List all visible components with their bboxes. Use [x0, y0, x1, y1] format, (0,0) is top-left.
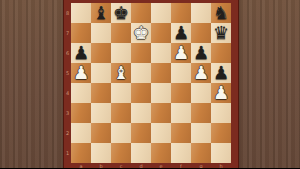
- piece-white-bishop: ♝: [113, 63, 129, 83]
- square-b5[interactable]: [91, 63, 111, 83]
- square-b4[interactable]: [91, 83, 111, 103]
- rank-label: 6: [64, 43, 71, 63]
- square-h1[interactable]: [211, 143, 231, 163]
- rank-label: 2: [64, 123, 71, 143]
- square-h3[interactable]: [211, 103, 231, 123]
- square-b3[interactable]: [91, 103, 111, 123]
- piece-white-king: ♚: [133, 23, 149, 43]
- square-g1[interactable]: [191, 143, 211, 163]
- square-a2[interactable]: [71, 123, 91, 143]
- rank-label: 4: [64, 83, 71, 103]
- piece-white-pawn: ♟: [213, 83, 229, 103]
- square-a4[interactable]: [71, 83, 91, 103]
- piece-black-bishop: ♝: [93, 3, 109, 23]
- rank-label: 7: [64, 23, 71, 43]
- square-d7[interactable]: ♚: [131, 23, 151, 43]
- square-h8[interactable]: ♞: [211, 3, 231, 23]
- square-f5[interactable]: [171, 63, 191, 83]
- square-c8[interactable]: ♚: [111, 3, 131, 23]
- square-h7[interactable]: ♛: [211, 23, 231, 43]
- piece-black-pawn: ♟: [213, 63, 229, 83]
- square-c2[interactable]: [111, 123, 131, 143]
- file-label: g: [191, 163, 211, 169]
- square-f1[interactable]: [171, 143, 191, 163]
- piece-black-king: ♚: [113, 3, 129, 23]
- square-e3[interactable]: [151, 103, 171, 123]
- square-g2[interactable]: [191, 123, 211, 143]
- square-c5[interactable]: ♝: [111, 63, 131, 83]
- square-b7[interactable]: [91, 23, 111, 43]
- piece-white-pawn: ♟: [73, 63, 89, 83]
- square-h2[interactable]: [211, 123, 231, 143]
- square-f6[interactable]: ♟: [171, 43, 191, 63]
- square-a8[interactable]: [71, 3, 91, 23]
- square-c7[interactable]: [111, 23, 131, 43]
- board-frame: ♝♚♞♚♟♛♟♟♟♟♝♟♟♟: [64, 0, 238, 168]
- file-label: a: [71, 163, 91, 169]
- file-label: h: [211, 163, 231, 169]
- piece-black-pawn: ♟: [193, 43, 209, 63]
- square-c4[interactable]: [111, 83, 131, 103]
- rank-labels: 87654321: [64, 3, 71, 163]
- rank-label: 1: [64, 143, 71, 163]
- square-g5[interactable]: ♟: [191, 63, 211, 83]
- piece-black-knight: ♞: [213, 3, 229, 23]
- square-d2[interactable]: [131, 123, 151, 143]
- square-e8[interactable]: [151, 3, 171, 23]
- square-c6[interactable]: [111, 43, 131, 63]
- square-a6[interactable]: ♟: [71, 43, 91, 63]
- square-f8[interactable]: [171, 3, 191, 23]
- piece-black-pawn: ♟: [173, 23, 189, 43]
- square-c3[interactable]: [111, 103, 131, 123]
- square-d6[interactable]: [131, 43, 151, 63]
- square-b2[interactable]: [91, 123, 111, 143]
- square-g7[interactable]: [191, 23, 211, 43]
- square-e2[interactable]: [151, 123, 171, 143]
- square-a1[interactable]: [71, 143, 91, 163]
- square-d5[interactable]: [131, 63, 151, 83]
- square-g8[interactable]: [191, 3, 211, 23]
- square-g3[interactable]: [191, 103, 211, 123]
- square-d8[interactable]: [131, 3, 151, 23]
- square-f2[interactable]: [171, 123, 191, 143]
- square-e1[interactable]: [151, 143, 171, 163]
- square-d1[interactable]: [131, 143, 151, 163]
- chess-scene: ♝♚♞♚♟♛♟♟♟♟♝♟♟♟ 87654321 abcdefgh: [0, 0, 300, 168]
- square-h6[interactable]: [211, 43, 231, 63]
- file-label: e: [151, 163, 171, 169]
- square-g4[interactable]: [191, 83, 211, 103]
- square-f7[interactable]: ♟: [171, 23, 191, 43]
- square-f3[interactable]: [171, 103, 191, 123]
- square-a5[interactable]: ♟: [71, 63, 91, 83]
- file-label: d: [131, 163, 151, 169]
- square-f4[interactable]: [171, 83, 191, 103]
- piece-black-queen: ♛: [213, 23, 229, 43]
- square-e5[interactable]: [151, 63, 171, 83]
- piece-white-pawn: ♟: [193, 63, 209, 83]
- file-label: f: [171, 163, 191, 169]
- board: ♝♚♞♚♟♛♟♟♟♟♝♟♟♟: [71, 3, 231, 163]
- square-g6[interactable]: ♟: [191, 43, 211, 63]
- square-a7[interactable]: [71, 23, 91, 43]
- square-b6[interactable]: [91, 43, 111, 63]
- square-c1[interactable]: [111, 143, 131, 163]
- rank-label: 8: [64, 3, 71, 23]
- square-e7[interactable]: [151, 23, 171, 43]
- rank-label: 3: [64, 103, 71, 123]
- file-label: b: [91, 163, 111, 169]
- rank-label: 5: [64, 63, 71, 83]
- square-b8[interactable]: ♝: [91, 3, 111, 23]
- piece-black-pawn: ♟: [73, 43, 89, 63]
- file-labels: abcdefgh: [71, 163, 231, 169]
- square-h5[interactable]: ♟: [211, 63, 231, 83]
- piece-white-pawn: ♟: [173, 43, 189, 63]
- square-h4[interactable]: ♟: [211, 83, 231, 103]
- square-b1[interactable]: [91, 143, 111, 163]
- file-label: c: [111, 163, 131, 169]
- square-a3[interactable]: [71, 103, 91, 123]
- square-e6[interactable]: [151, 43, 171, 63]
- square-d4[interactable]: [131, 83, 151, 103]
- square-e4[interactable]: [151, 83, 171, 103]
- square-d3[interactable]: [131, 103, 151, 123]
